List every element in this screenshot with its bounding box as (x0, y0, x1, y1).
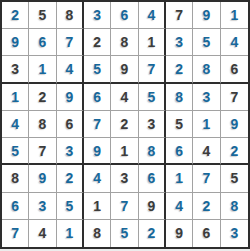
cell-r8c9[interactable]: 8 (221, 193, 248, 220)
cell-r7c8[interactable]: 7 (193, 165, 220, 192)
cell-r1c8[interactable]: 9 (193, 2, 220, 29)
cell-r7c4[interactable]: 4 (84, 165, 111, 192)
cell-r7c3[interactable]: 2 (57, 165, 84, 192)
cell-r5c7[interactable]: 5 (166, 111, 193, 138)
cell-r5c1[interactable]: 4 (2, 111, 29, 138)
cell-r3c5[interactable]: 9 (111, 56, 138, 83)
cell-r4c2[interactable]: 2 (29, 84, 56, 111)
cell-r2c4[interactable]: 2 (84, 29, 111, 56)
cell-r3c6[interactable]: 7 (139, 56, 166, 83)
cell-r3c8[interactable]: 8 (193, 56, 220, 83)
cell-r4c3[interactable]: 9 (57, 84, 84, 111)
cell-r6c6[interactable]: 8 (139, 138, 166, 165)
cell-r2c8[interactable]: 5 (193, 29, 220, 56)
cell-r4c4[interactable]: 6 (84, 84, 111, 111)
cell-r2c5[interactable]: 8 (111, 29, 138, 56)
cell-r6c5[interactable]: 1 (111, 138, 138, 165)
cell-r4c8[interactable]: 3 (193, 84, 220, 111)
cell-r2c7[interactable]: 3 (166, 29, 193, 56)
cell-r6c7[interactable]: 6 (166, 138, 193, 165)
cell-r3c3[interactable]: 4 (57, 56, 84, 83)
cell-r5c9[interactable]: 9 (221, 111, 248, 138)
cell-r9c3[interactable]: 1 (57, 220, 84, 247)
cell-r1c9[interactable]: 1 (221, 2, 248, 29)
cell-r7c1[interactable]: 8 (2, 165, 29, 192)
cell-r5c4[interactable]: 7 (84, 111, 111, 138)
cell-r4c9[interactable]: 7 (221, 84, 248, 111)
cell-r8c3[interactable]: 5 (57, 193, 84, 220)
cell-r9c8[interactable]: 6 (193, 220, 220, 247)
cell-r8c6[interactable]: 9 (139, 193, 166, 220)
cell-r8c1[interactable]: 6 (2, 193, 29, 220)
sudoku-board: 2583647919672813543145972861296458374867… (0, 0, 250, 249)
cell-r7c5[interactable]: 3 (111, 165, 138, 192)
cell-r6c3[interactable]: 3 (57, 138, 84, 165)
cell-r8c7[interactable]: 4 (166, 193, 193, 220)
cell-r1c4[interactable]: 3 (84, 2, 111, 29)
cell-r7c6[interactable]: 6 (139, 165, 166, 192)
cell-r7c9[interactable]: 5 (221, 165, 248, 192)
cell-r1c2[interactable]: 5 (29, 2, 56, 29)
cell-r7c2[interactable]: 9 (29, 165, 56, 192)
cell-r9c5[interactable]: 5 (111, 220, 138, 247)
cell-r5c5[interactable]: 2 (111, 111, 138, 138)
cell-r6c2[interactable]: 7 (29, 138, 56, 165)
cell-r9c9[interactable]: 3 (221, 220, 248, 247)
cell-r8c5[interactable]: 7 (111, 193, 138, 220)
cell-r6c1[interactable]: 5 (2, 138, 29, 165)
cell-r8c8[interactable]: 2 (193, 193, 220, 220)
cell-r8c2[interactable]: 3 (29, 193, 56, 220)
cell-r1c1[interactable]: 2 (2, 2, 29, 29)
cell-r3c1[interactable]: 3 (2, 56, 29, 83)
cell-r9c7[interactable]: 9 (166, 220, 193, 247)
cell-r4c6[interactable]: 5 (139, 84, 166, 111)
cell-r1c7[interactable]: 7 (166, 2, 193, 29)
cell-r5c3[interactable]: 6 (57, 111, 84, 138)
cell-r2c3[interactable]: 7 (57, 29, 84, 56)
cell-r6c4[interactable]: 9 (84, 138, 111, 165)
cell-r6c8[interactable]: 4 (193, 138, 220, 165)
cell-r4c7[interactable]: 8 (166, 84, 193, 111)
cell-r6c9[interactable]: 2 (221, 138, 248, 165)
cell-r5c8[interactable]: 1 (193, 111, 220, 138)
cell-r2c2[interactable]: 6 (29, 29, 56, 56)
cell-r2c1[interactable]: 9 (2, 29, 29, 56)
cell-r9c4[interactable]: 8 (84, 220, 111, 247)
cell-r9c6[interactable]: 2 (139, 220, 166, 247)
cell-r5c2[interactable]: 8 (29, 111, 56, 138)
cell-r7c7[interactable]: 1 (166, 165, 193, 192)
cell-r1c6[interactable]: 4 (139, 2, 166, 29)
cell-r9c1[interactable]: 7 (2, 220, 29, 247)
cell-r9c2[interactable]: 4 (29, 220, 56, 247)
cell-r3c2[interactable]: 1 (29, 56, 56, 83)
cell-r4c1[interactable]: 1 (2, 84, 29, 111)
cell-r3c9[interactable]: 6 (221, 56, 248, 83)
cell-r2c9[interactable]: 4 (221, 29, 248, 56)
cell-r3c4[interactable]: 5 (84, 56, 111, 83)
cell-r1c5[interactable]: 6 (111, 2, 138, 29)
cell-r4c5[interactable]: 4 (111, 84, 138, 111)
cell-r2c6[interactable]: 1 (139, 29, 166, 56)
cell-r3c7[interactable]: 2 (166, 56, 193, 83)
cell-r1c3[interactable]: 8 (57, 2, 84, 29)
cell-r8c4[interactable]: 1 (84, 193, 111, 220)
cell-r5c6[interactable]: 3 (139, 111, 166, 138)
